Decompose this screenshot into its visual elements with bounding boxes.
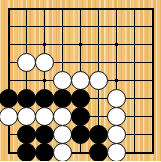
intersection[interactable] xyxy=(143,125,161,143)
intersection[interactable] xyxy=(53,53,71,71)
intersection[interactable] xyxy=(53,107,71,125)
intersection[interactable] xyxy=(17,71,35,89)
white-stone[interactable] xyxy=(0,107,18,126)
intersection[interactable] xyxy=(35,143,53,161)
black-stone[interactable] xyxy=(71,107,90,126)
black-stone[interactable] xyxy=(17,143,36,162)
intersection[interactable] xyxy=(71,125,89,143)
intersection[interactable] xyxy=(107,17,125,35)
intersection[interactable] xyxy=(125,125,143,143)
intersection[interactable] xyxy=(17,143,35,161)
white-stone[interactable] xyxy=(107,89,126,108)
intersection[interactable] xyxy=(143,0,161,17)
intersection[interactable] xyxy=(0,17,17,35)
intersection[interactable] xyxy=(53,17,71,35)
intersection[interactable] xyxy=(53,35,71,53)
intersection[interactable] xyxy=(0,125,17,143)
intersection[interactable] xyxy=(107,107,125,125)
black-stone[interactable] xyxy=(0,89,18,108)
black-stone[interactable] xyxy=(71,125,90,144)
intersection[interactable] xyxy=(125,0,143,17)
intersection[interactable] xyxy=(107,53,125,71)
intersection[interactable] xyxy=(53,143,71,161)
white-stone[interactable] xyxy=(89,71,108,90)
intersection[interactable] xyxy=(71,71,89,89)
go-board-screenshot xyxy=(0,0,161,161)
intersection[interactable] xyxy=(17,125,35,143)
black-stone[interactable] xyxy=(71,89,90,108)
intersection[interactable] xyxy=(0,53,17,71)
intersection[interactable] xyxy=(125,107,143,125)
white-stone[interactable] xyxy=(17,107,36,126)
white-stone[interactable] xyxy=(17,53,36,72)
intersection[interactable] xyxy=(17,107,35,125)
intersection[interactable] xyxy=(89,53,107,71)
black-stone[interactable] xyxy=(35,89,54,108)
intersection[interactable] xyxy=(17,89,35,107)
intersection[interactable] xyxy=(143,53,161,71)
intersection[interactable] xyxy=(143,71,161,89)
intersection[interactable] xyxy=(71,35,89,53)
white-stone[interactable] xyxy=(53,143,72,162)
intersection[interactable] xyxy=(0,143,17,161)
intersection[interactable] xyxy=(125,71,143,89)
black-stone[interactable] xyxy=(53,89,72,108)
intersection[interactable] xyxy=(35,71,53,89)
intersection[interactable] xyxy=(89,125,107,143)
intersection[interactable] xyxy=(143,107,161,125)
intersection[interactable] xyxy=(107,35,125,53)
white-stone[interactable] xyxy=(53,107,72,126)
intersection[interactable] xyxy=(17,17,35,35)
intersection[interactable] xyxy=(53,0,71,17)
intersection[interactable] xyxy=(125,89,143,107)
intersection[interactable] xyxy=(53,89,71,107)
intersection[interactable] xyxy=(107,71,125,89)
intersection[interactable] xyxy=(125,143,143,161)
intersection[interactable] xyxy=(143,17,161,35)
intersection[interactable] xyxy=(89,107,107,125)
intersection[interactable] xyxy=(143,89,161,107)
intersection[interactable] xyxy=(89,0,107,17)
intersection[interactable] xyxy=(71,107,89,125)
white-stone[interactable] xyxy=(107,107,126,126)
intersection[interactable] xyxy=(35,107,53,125)
white-stone[interactable] xyxy=(107,143,126,162)
intersection[interactable] xyxy=(71,17,89,35)
intersection[interactable] xyxy=(107,125,125,143)
intersection[interactable] xyxy=(71,89,89,107)
intersection[interactable] xyxy=(35,17,53,35)
black-stone[interactable] xyxy=(35,125,54,144)
intersection[interactable] xyxy=(143,35,161,53)
white-stone[interactable] xyxy=(53,71,72,90)
intersection[interactable] xyxy=(17,35,35,53)
intersection[interactable] xyxy=(0,71,17,89)
white-stone[interactable] xyxy=(107,125,126,144)
intersection[interactable] xyxy=(125,17,143,35)
black-stone[interactable] xyxy=(35,143,54,162)
intersection[interactable] xyxy=(89,17,107,35)
black-stone[interactable] xyxy=(17,89,36,108)
black-stone[interactable] xyxy=(89,143,108,162)
intersection[interactable] xyxy=(89,71,107,89)
intersection[interactable] xyxy=(17,0,35,17)
white-stone[interactable] xyxy=(35,53,54,72)
intersection[interactable] xyxy=(35,125,53,143)
intersection[interactable] xyxy=(35,53,53,71)
black-stone[interactable] xyxy=(17,125,36,144)
white-stone[interactable] xyxy=(53,125,72,144)
intersection[interactable] xyxy=(71,53,89,71)
intersection[interactable] xyxy=(89,89,107,107)
white-stone[interactable] xyxy=(71,71,90,90)
intersection[interactable] xyxy=(107,89,125,107)
intersection[interactable] xyxy=(0,107,17,125)
intersection[interactable] xyxy=(107,0,125,17)
intersection[interactable] xyxy=(35,89,53,107)
intersection[interactable] xyxy=(0,89,17,107)
intersection[interactable] xyxy=(0,35,17,53)
intersection[interactable] xyxy=(35,0,53,17)
intersection[interactable] xyxy=(107,143,125,161)
intersection[interactable] xyxy=(125,53,143,71)
intersection[interactable] xyxy=(71,0,89,17)
intersection[interactable] xyxy=(53,125,71,143)
white-stone[interactable] xyxy=(35,107,54,126)
intersection[interactable] xyxy=(0,0,17,17)
go-board[interactable] xyxy=(0,0,161,161)
intersection[interactable] xyxy=(89,143,107,161)
intersection[interactable] xyxy=(17,53,35,71)
intersection[interactable] xyxy=(125,35,143,53)
intersection[interactable] xyxy=(143,143,161,161)
black-stone[interactable] xyxy=(89,125,108,144)
intersection[interactable] xyxy=(89,35,107,53)
intersection[interactable] xyxy=(71,143,89,161)
intersection[interactable] xyxy=(53,71,71,89)
intersection[interactable] xyxy=(35,35,53,53)
